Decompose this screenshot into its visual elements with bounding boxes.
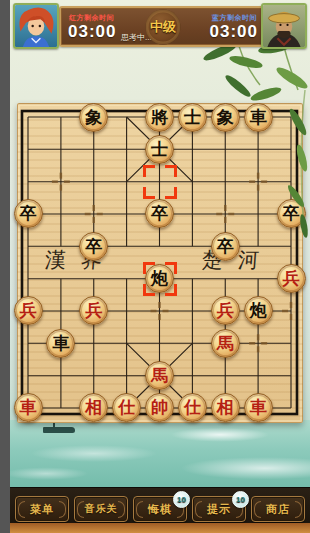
- piece-black-士[interactable]: 士: [145, 135, 174, 164]
- boat: [43, 427, 75, 433]
- piece-red-仕[interactable]: 仕: [112, 393, 141, 422]
- piece-red-馬[interactable]: 馬: [145, 361, 174, 390]
- last-move-from-marker: [143, 165, 177, 199]
- blue-timer: 03:00: [210, 22, 258, 42]
- undo-button[interactable]: 悔棋10: [133, 496, 187, 522]
- piece-red-相[interactable]: 相: [79, 393, 108, 422]
- hint-button[interactable]: 提示10: [192, 496, 246, 522]
- music-button-label: 音乐关: [85, 502, 118, 516]
- piece-black-卒[interactable]: 卒: [145, 199, 174, 228]
- blue-player-portrait: [263, 5, 305, 47]
- piece-black-卒[interactable]: 卒: [211, 232, 240, 261]
- menu-button-label: 菜单: [30, 502, 54, 517]
- undo-count-badge: 10: [173, 491, 190, 508]
- piece-black-士[interactable]: 士: [178, 103, 207, 132]
- piece-black-卒[interactable]: 卒: [277, 199, 306, 228]
- piece-red-兵[interactable]: 兵: [79, 296, 108, 325]
- undo-button-label: 悔棋: [148, 502, 172, 517]
- piece-red-相[interactable]: 相: [211, 393, 240, 422]
- music-button[interactable]: 音乐关: [74, 496, 128, 522]
- level-badge: 中级: [150, 18, 176, 36]
- sand-strip: [10, 523, 310, 533]
- piece-red-仕[interactable]: 仕: [178, 393, 207, 422]
- piece-black-炮[interactable]: 炮: [145, 264, 174, 293]
- shop-button-label: 商店: [266, 502, 290, 517]
- piece-red-兵[interactable]: 兵: [211, 296, 240, 325]
- piece-black-卒[interactable]: 卒: [79, 232, 108, 261]
- piece-black-將[interactable]: 將: [145, 103, 174, 132]
- red-player-portrait: [15, 5, 57, 47]
- red-timer: 03:00: [68, 22, 116, 42]
- piece-black-象[interactable]: 象: [211, 103, 240, 132]
- piece-red-兵[interactable]: 兵: [277, 264, 306, 293]
- timer-panel: 红方剩余时间 03:00 思考中... 中级 蓝方剩余时间 03:00: [59, 6, 267, 47]
- piece-red-車[interactable]: 車: [244, 393, 273, 422]
- game-screen: 红方剩余时间 03:00 思考中... 中级 蓝方剩余时间 03:00: [10, 0, 310, 533]
- piece-red-車[interactable]: 車: [14, 393, 43, 422]
- piece-black-車[interactable]: 車: [244, 103, 273, 132]
- menu-button[interactable]: 菜单: [15, 496, 69, 522]
- piece-red-帥[interactable]: 帥: [145, 393, 174, 422]
- piece-black-車[interactable]: 車: [46, 329, 75, 358]
- xiangqi-board[interactable]: 漢界 楚河 象將士象車士卒卒卒卒卒炮兵兵兵兵炮車馬馬車相仕帥仕相車: [17, 103, 303, 423]
- red-player-avatar: [13, 3, 59, 49]
- piece-red-馬[interactable]: 馬: [211, 329, 240, 358]
- shop-button[interactable]: 商店: [251, 496, 305, 522]
- hint-count-badge: 10: [232, 491, 249, 508]
- piece-red-兵[interactable]: 兵: [14, 296, 43, 325]
- piece-black-象[interactable]: 象: [79, 103, 108, 132]
- blue-player-avatar: [261, 3, 307, 49]
- toolbar: 菜单 音乐关 悔棋10 提示10 商店: [10, 487, 310, 524]
- pieces-layer: 象將士象車士卒卒卒卒卒炮兵兵兵兵炮車馬馬車相仕帥仕相車: [17, 103, 303, 423]
- piece-black-炮[interactable]: 炮: [244, 296, 273, 325]
- sea-background: [10, 420, 310, 487]
- hint-button-label: 提示: [207, 502, 231, 517]
- piece-black-卒[interactable]: 卒: [14, 199, 43, 228]
